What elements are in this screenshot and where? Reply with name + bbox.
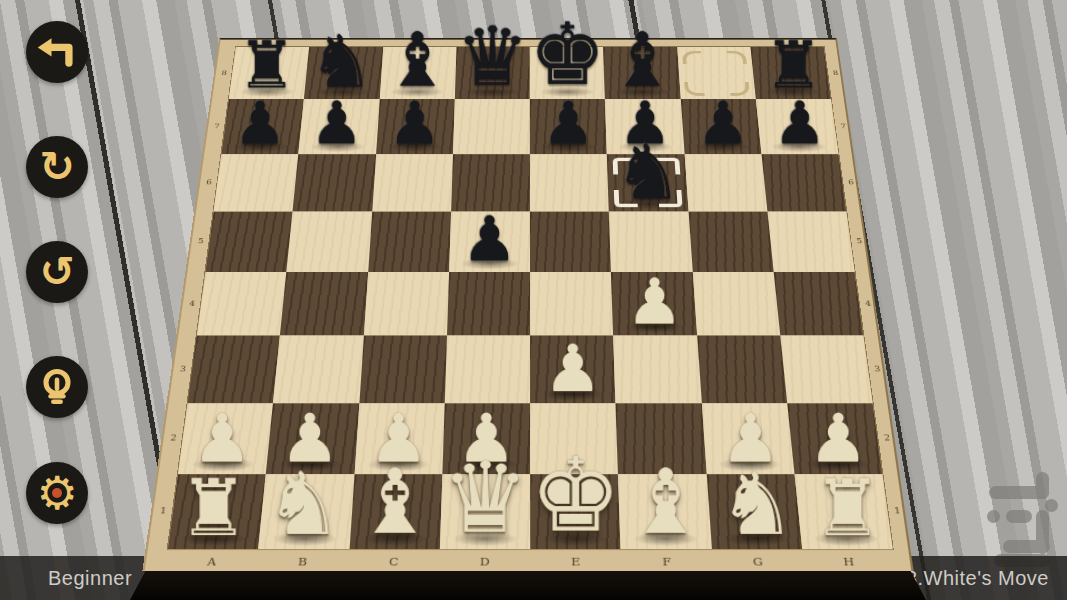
square-f4[interactable]: ♟ [611, 272, 697, 336]
file-label: B [256, 550, 349, 574]
board-grid: ♜♞♝♛♚♝♜♟♟♟♟♟♟♟♞♟♟♟♟♟♟♟♟♟♜♞♝♛♚♝♞♜ [168, 47, 893, 549]
black-pawn-d5[interactable]: ♟ [437, 209, 542, 271]
redo-circular-arrow-icon: ↻ [39, 146, 74, 188]
square-g3[interactable] [697, 336, 787, 403]
square-f5[interactable] [609, 211, 692, 272]
file-label: F [621, 550, 713, 574]
square-h5[interactable] [767, 211, 854, 272]
square-g5[interactable] [688, 211, 773, 272]
square-f6[interactable]: ♞ [607, 154, 688, 212]
file-label: A [164, 550, 258, 574]
board-frame: 87654321 ♜♞♝♛♚♝♜♟♟♟♟♟♟♟♞♟♟♟♟♟♟♟♟♟♜♞♝♛♚♝♞… [142, 38, 913, 572]
black-knight-f6[interactable]: ♞ [597, 134, 699, 210]
settings-button[interactable]: ⚙ [26, 462, 88, 524]
square-c7[interactable]: ♟ [376, 99, 455, 154]
square-a4[interactable] [197, 272, 287, 336]
square-d4[interactable] [447, 272, 530, 336]
square-a5[interactable] [205, 211, 292, 272]
app-logo-watermark [975, 459, 1067, 565]
square-h1[interactable]: ♜ [794, 474, 892, 549]
black-bishop-f8[interactable]: ♝ [594, 24, 691, 98]
gear-center-dot [52, 488, 62, 498]
white-rook-h1[interactable]: ♜ [788, 469, 905, 547]
white-pawn-f4[interactable]: ♟ [601, 271, 709, 335]
move-status-label: 3.White's Move [906, 567, 1049, 590]
hint-button[interactable] [26, 356, 88, 418]
square-b3[interactable] [273, 336, 363, 403]
file-label: G [711, 550, 804, 574]
back-button[interactable] [26, 21, 88, 83]
black-pawn-c7[interactable]: ♟ [364, 94, 464, 153]
file-label: D [439, 550, 530, 574]
square-h4[interactable] [773, 272, 863, 336]
square-b6[interactable] [293, 154, 376, 212]
back-arrow-icon [35, 30, 79, 74]
square-h7[interactable]: ♟ [756, 99, 839, 154]
chess-board: 87654321 ♜♞♝♛♚♝♜♟♟♟♟♟♟♟♞♟♟♟♟♟♟♟♟♟♜♞♝♛♚♝♞… [185, 0, 871, 600]
square-h3[interactable] [780, 336, 873, 403]
file-label: E [530, 550, 621, 574]
file-label: H [802, 550, 896, 574]
file-labels-bottom: ABCDEFGH [164, 549, 896, 574]
undo-circular-arrow-icon: ↺ [39, 251, 74, 293]
square-h6[interactable] [761, 154, 846, 212]
app-root: { "game": "chess", "position": { "fen": … [0, 0, 1067, 600]
square-c3[interactable] [359, 336, 447, 403]
square-a6[interactable] [214, 154, 299, 212]
white-pawn-e3[interactable]: ♟ [517, 336, 628, 401]
square-c4[interactable] [363, 272, 448, 336]
square-a3[interactable] [188, 336, 280, 403]
square-d5[interactable]: ♟ [449, 211, 530, 272]
square-b4[interactable] [280, 272, 368, 336]
sidebar: ↻ ↺ ⚙ [0, 0, 120, 600]
square-e3[interactable]: ♟ [530, 336, 616, 403]
square-f1[interactable]: ♝ [618, 474, 711, 549]
square-c6[interactable] [372, 154, 453, 212]
square-g1[interactable]: ♞ [706, 474, 802, 549]
undo-button[interactable]: ↺ [26, 241, 88, 303]
black-pawn-h7[interactable]: ♟ [750, 94, 850, 153]
new-game-button[interactable]: ↻ [26, 136, 88, 198]
file-label: C [347, 550, 439, 574]
square-b5[interactable] [287, 211, 372, 272]
lightbulb-icon [35, 365, 79, 409]
